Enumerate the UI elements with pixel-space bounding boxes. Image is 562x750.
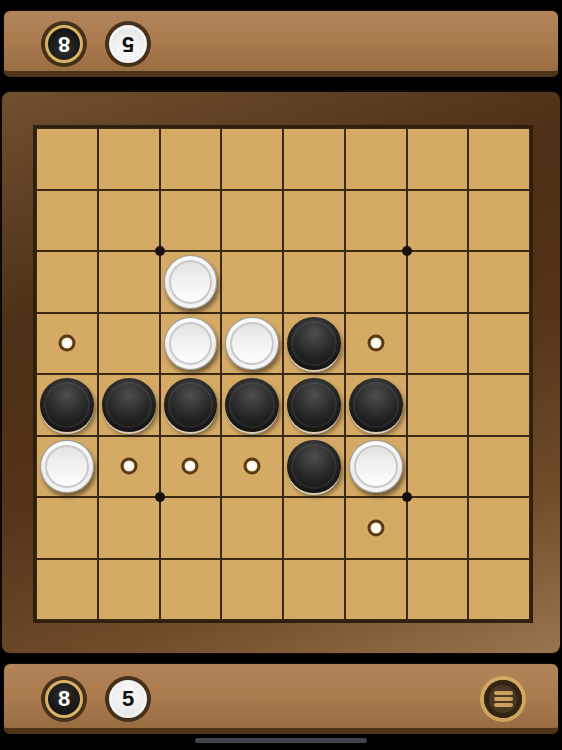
cell-d7[interactable] [221,497,283,559]
board-grid [33,125,533,623]
cell-f4[interactable] [345,313,407,375]
cell-d1[interactable] [221,128,283,190]
cell-f2[interactable] [345,190,407,252]
black-disc-f5 [349,378,403,432]
cell-e1[interactable] [283,128,345,190]
cell-h1[interactable] [468,128,530,190]
legal-move-marker-c6[interactable] [182,458,199,475]
cell-a3[interactable] [36,251,98,313]
cell-c4[interactable] [160,313,222,375]
player-white-score-disc: 5 [105,676,151,722]
cell-h3[interactable] [468,251,530,313]
cell-a4[interactable] [36,313,98,375]
cell-e3[interactable] [283,251,345,313]
cell-g1[interactable] [407,128,469,190]
cell-g4[interactable] [407,313,469,375]
cell-f6[interactable] [345,436,407,498]
opponent-white-score-disc: 5 [105,21,151,67]
opponent-black-score-value: 8 [45,25,83,63]
cell-d4[interactable] [221,313,283,375]
star-point [402,492,412,502]
cell-b4[interactable] [98,313,160,375]
cell-c2[interactable] [160,190,222,252]
cell-e4[interactable] [283,313,345,375]
cell-e7[interactable] [283,497,345,559]
cell-a5[interactable] [36,374,98,436]
cell-g7[interactable] [407,497,469,559]
cell-d8[interactable] [221,559,283,621]
player-score-bar: 8 5 [3,663,559,734]
star-point [402,246,412,256]
cell-e8[interactable] [283,559,345,621]
black-disc-a5 [40,378,94,432]
star-point [155,492,165,502]
cell-a2[interactable] [36,190,98,252]
cell-b5[interactable] [98,374,160,436]
cell-e2[interactable] [283,190,345,252]
white-disc-d4 [225,317,279,371]
cell-d5[interactable] [221,374,283,436]
cell-g2[interactable] [407,190,469,252]
cell-c5[interactable] [160,374,222,436]
black-disc-e6 [287,440,341,494]
board-frame [0,90,562,655]
white-disc-f6 [349,440,403,494]
legal-move-marker-a4[interactable] [58,335,75,352]
cell-h8[interactable] [468,559,530,621]
black-disc-e4 [287,317,341,371]
black-disc-d5 [225,378,279,432]
cell-f8[interactable] [345,559,407,621]
cell-c7[interactable] [160,497,222,559]
cell-g6[interactable] [407,436,469,498]
cell-e5[interactable] [283,374,345,436]
cell-c6[interactable] [160,436,222,498]
white-disc-a6 [40,440,94,494]
cell-a8[interactable] [36,559,98,621]
cell-b2[interactable] [98,190,160,252]
player-black-score-value: 8 [45,680,83,718]
cell-c1[interactable] [160,128,222,190]
menu-button[interactable] [480,676,526,722]
black-disc-c5 [164,378,218,432]
cell-d2[interactable] [221,190,283,252]
cell-b6[interactable] [98,436,160,498]
cell-g8[interactable] [407,559,469,621]
opponent-score-bar: 8 5 [3,10,559,77]
cell-f3[interactable] [345,251,407,313]
cell-d6[interactable] [221,436,283,498]
cell-g3[interactable] [407,251,469,313]
hamburger-menu-icon [484,680,522,718]
black-disc-b5 [102,378,156,432]
cell-d3[interactable] [221,251,283,313]
cell-e6[interactable] [283,436,345,498]
cell-h5[interactable] [468,374,530,436]
cell-a1[interactable] [36,128,98,190]
cell-h7[interactable] [468,497,530,559]
home-indicator[interactable] [195,738,367,743]
cell-f5[interactable] [345,374,407,436]
cell-h4[interactable] [468,313,530,375]
cell-g5[interactable] [407,374,469,436]
cell-a7[interactable] [36,497,98,559]
player-white-score-value: 5 [109,680,147,718]
cell-b3[interactable] [98,251,160,313]
cell-f7[interactable] [345,497,407,559]
white-disc-c3 [164,255,218,309]
cell-b8[interactable] [98,559,160,621]
cell-f1[interactable] [345,128,407,190]
legal-move-marker-f7[interactable] [367,519,384,536]
legal-move-marker-b6[interactable] [120,458,137,475]
cell-b1[interactable] [98,128,160,190]
opponent-white-score-value: 5 [109,25,147,63]
legal-move-marker-d6[interactable] [244,458,261,475]
opponent-black-score-disc: 8 [41,21,87,67]
cell-b7[interactable] [98,497,160,559]
cell-a6[interactable] [36,436,98,498]
cell-h2[interactable] [468,190,530,252]
cell-h6[interactable] [468,436,530,498]
player-black-score-disc: 8 [41,676,87,722]
cell-c8[interactable] [160,559,222,621]
black-disc-e5 [287,378,341,432]
star-point [155,246,165,256]
legal-move-marker-f4[interactable] [367,335,384,352]
othello-app-screen: 8 5 8 5 [0,0,562,750]
cell-c3[interactable] [160,251,222,313]
white-disc-c4 [164,317,218,371]
